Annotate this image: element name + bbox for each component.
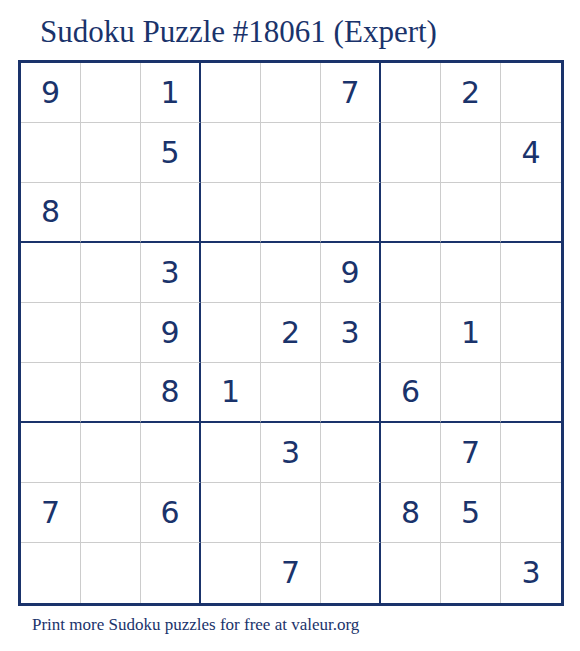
cell-r8c1: 7	[21, 483, 81, 543]
cell-r9c1	[21, 543, 81, 603]
cell-r6c2	[81, 363, 141, 423]
cell-r3c9	[501, 183, 561, 243]
given-digit: 8	[160, 377, 179, 407]
given-digit: 7	[340, 78, 359, 108]
cell-r3c2	[81, 183, 141, 243]
cell-r9c6	[321, 543, 381, 603]
cell-r2c1	[21, 123, 81, 183]
cell-r4c9	[501, 243, 561, 303]
cell-r4c8	[441, 243, 501, 303]
given-digit: 6	[160, 498, 179, 528]
cell-r5c4	[201, 303, 261, 363]
cell-r1c3: 1	[141, 63, 201, 123]
given-digit: 5	[160, 138, 179, 168]
cell-r3c8	[441, 183, 501, 243]
given-digit: 1	[221, 377, 240, 407]
cell-r7c6	[321, 423, 381, 483]
cell-r9c3	[141, 543, 201, 603]
cell-r2c7	[381, 123, 441, 183]
given-digit: 1	[160, 78, 179, 108]
cell-r4c2	[81, 243, 141, 303]
given-digit: 9	[340, 258, 359, 288]
cell-r1c2	[81, 63, 141, 123]
cell-r8c8: 5	[441, 483, 501, 543]
sudoku-board: 917254839923181637768573	[18, 60, 564, 606]
cell-r7c9	[501, 423, 561, 483]
given-digit: 7	[461, 438, 480, 468]
cell-r9c4	[201, 543, 261, 603]
cell-r2c4	[201, 123, 261, 183]
given-digit: 4	[521, 138, 540, 168]
page-title: Sudoku Puzzle #18061 (Expert)	[40, 14, 437, 50]
cell-r5c3: 9	[141, 303, 201, 363]
cell-r1c8: 2	[441, 63, 501, 123]
cell-r1c4	[201, 63, 261, 123]
sudoku-page: Sudoku Puzzle #18061 (Expert) 9172548399…	[0, 0, 580, 651]
cell-r4c1	[21, 243, 81, 303]
cell-r7c1	[21, 423, 81, 483]
cell-r3c4	[201, 183, 261, 243]
given-digit: 3	[521, 558, 540, 588]
cell-r1c5	[261, 63, 321, 123]
cell-r1c1: 9	[21, 63, 81, 123]
cell-r7c3	[141, 423, 201, 483]
cell-r8c9	[501, 483, 561, 543]
cell-r8c2	[81, 483, 141, 543]
cell-r8c5	[261, 483, 321, 543]
cell-r9c5: 7	[261, 543, 321, 603]
cell-r3c3	[141, 183, 201, 243]
cell-r1c6: 7	[321, 63, 381, 123]
cell-r4c5	[261, 243, 321, 303]
cell-r5c8: 1	[441, 303, 501, 363]
cell-r9c8	[441, 543, 501, 603]
cell-r3c1: 8	[21, 183, 81, 243]
cell-r2c5	[261, 123, 321, 183]
cell-r5c9	[501, 303, 561, 363]
given-digit: 2	[281, 318, 300, 348]
cell-r5c5: 2	[261, 303, 321, 363]
cell-r7c8: 7	[441, 423, 501, 483]
given-digit: 6	[401, 377, 420, 407]
cell-r5c1	[21, 303, 81, 363]
given-digit: 3	[340, 318, 359, 348]
cell-r9c9: 3	[501, 543, 561, 603]
given-digit: 9	[41, 78, 60, 108]
given-digit: 9	[160, 318, 179, 348]
cell-r2c6	[321, 123, 381, 183]
cell-r6c7: 6	[381, 363, 441, 423]
cell-r6c5	[261, 363, 321, 423]
given-digit: 8	[401, 498, 420, 528]
footer-note: Print more Sudoku puzzles for free at va…	[32, 615, 359, 635]
cell-r5c2	[81, 303, 141, 363]
cell-r4c3: 3	[141, 243, 201, 303]
cell-r6c3: 8	[141, 363, 201, 423]
cell-r7c2	[81, 423, 141, 483]
cell-r2c8	[441, 123, 501, 183]
cell-r8c3: 6	[141, 483, 201, 543]
cell-r5c6: 3	[321, 303, 381, 363]
cell-r6c1	[21, 363, 81, 423]
given-digit: 7	[41, 498, 60, 528]
given-digit: 3	[281, 438, 300, 468]
cell-r3c5	[261, 183, 321, 243]
cell-r2c9: 4	[501, 123, 561, 183]
cell-r1c9	[501, 63, 561, 123]
given-digit: 8	[41, 197, 60, 227]
cell-r7c5: 3	[261, 423, 321, 483]
cell-r3c6	[321, 183, 381, 243]
cell-r8c7: 8	[381, 483, 441, 543]
cell-r6c9	[501, 363, 561, 423]
cell-r3c7	[381, 183, 441, 243]
cell-r7c4	[201, 423, 261, 483]
cell-r6c6	[321, 363, 381, 423]
cell-r9c2	[81, 543, 141, 603]
given-digit: 7	[281, 558, 300, 588]
cell-r2c3: 5	[141, 123, 201, 183]
given-digit: 1	[461, 318, 480, 348]
cell-r8c6	[321, 483, 381, 543]
cell-r4c4	[201, 243, 261, 303]
cell-r7c7	[381, 423, 441, 483]
cell-r9c7	[381, 543, 441, 603]
cell-r2c2	[81, 123, 141, 183]
given-digit: 5	[461, 498, 480, 528]
cell-r4c7	[381, 243, 441, 303]
cell-r6c4: 1	[201, 363, 261, 423]
given-digit: 2	[461, 78, 480, 108]
cell-r1c7	[381, 63, 441, 123]
cell-r5c7	[381, 303, 441, 363]
given-digit: 3	[160, 258, 179, 288]
cell-r8c4	[201, 483, 261, 543]
cell-r4c6: 9	[321, 243, 381, 303]
cell-r6c8	[441, 363, 501, 423]
